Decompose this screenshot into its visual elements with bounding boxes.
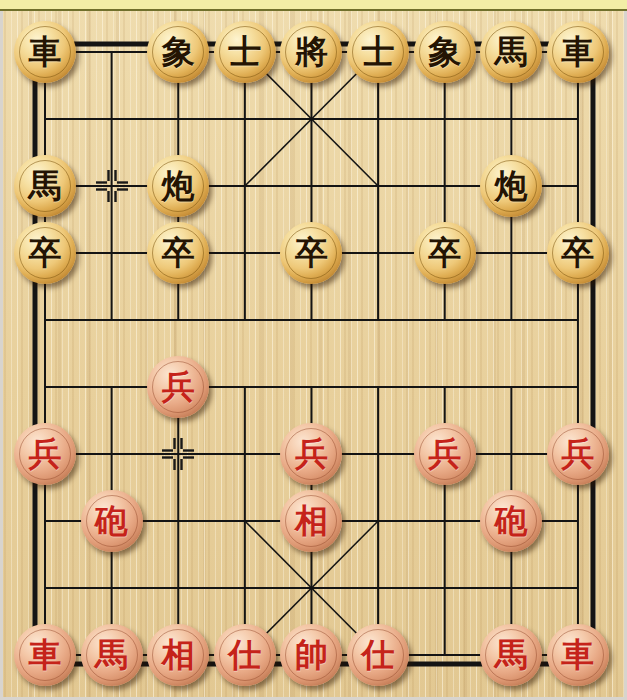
piece-black-chariot[interactable]: 車 <box>14 21 76 83</box>
piece-glyph: 卒 <box>295 236 328 269</box>
piece-black-soldier[interactable]: 卒 <box>547 222 609 284</box>
piece-red-advisor[interactable]: 仕 <box>347 624 409 686</box>
piece-glyph: 馬 <box>95 638 128 671</box>
piece-glyph: 馬 <box>495 35 528 68</box>
piece-glyph: 車 <box>28 35 61 68</box>
piece-glyph: 兵 <box>561 437 594 470</box>
piece-black-soldier[interactable]: 卒 <box>280 222 342 284</box>
piece-red-soldier[interactable]: 兵 <box>14 423 76 485</box>
game-window: 車象士將士象馬車馬炮炮卒卒卒卒卒兵兵兵兵兵砲相砲車馬相仕帥仕馬車 <box>0 0 627 700</box>
piece-black-chariot[interactable]: 車 <box>547 21 609 83</box>
piece-glyph: 士 <box>362 35 395 68</box>
piece-red-cannon[interactable]: 砲 <box>480 490 542 552</box>
piece-black-cannon[interactable]: 炮 <box>147 155 209 217</box>
piece-glyph: 兵 <box>162 370 195 403</box>
piece-glyph: 車 <box>561 638 594 671</box>
last-move-marker <box>161 437 195 471</box>
piece-glyph: 象 <box>428 35 461 68</box>
piece-glyph: 仕 <box>228 638 261 671</box>
piece-glyph: 象 <box>162 35 195 68</box>
piece-red-soldier[interactable]: 兵 <box>414 423 476 485</box>
piece-glyph: 帥 <box>295 638 328 671</box>
piece-red-soldier[interactable]: 兵 <box>547 423 609 485</box>
piece-glyph: 車 <box>561 35 594 68</box>
piece-red-soldier[interactable]: 兵 <box>280 423 342 485</box>
piece-red-cannon[interactable]: 砲 <box>81 490 143 552</box>
piece-layer: 車象士將士象馬車馬炮炮卒卒卒卒卒兵兵兵兵兵砲相砲車馬相仕帥仕馬車 <box>12 19 612 689</box>
piece-red-chariot[interactable]: 車 <box>547 624 609 686</box>
piece-glyph: 炮 <box>162 169 195 202</box>
piece-red-elephant[interactable]: 相 <box>147 624 209 686</box>
piece-glyph: 卒 <box>28 236 61 269</box>
piece-black-general[interactable]: 將 <box>280 21 342 83</box>
piece-black-advisor[interactable]: 士 <box>347 21 409 83</box>
piece-red-chariot[interactable]: 車 <box>14 624 76 686</box>
piece-black-elephant[interactable]: 象 <box>414 21 476 83</box>
piece-glyph: 兵 <box>428 437 461 470</box>
window-edge-left <box>0 11 3 700</box>
piece-glyph: 仕 <box>362 638 395 671</box>
piece-glyph: 卒 <box>561 236 594 269</box>
piece-black-advisor[interactable]: 士 <box>214 21 276 83</box>
piece-glyph: 卒 <box>428 236 461 269</box>
piece-glyph: 車 <box>28 638 61 671</box>
piece-red-horse[interactable]: 馬 <box>81 624 143 686</box>
piece-black-elephant[interactable]: 象 <box>147 21 209 83</box>
piece-glyph: 卒 <box>162 236 195 269</box>
last-move-marker <box>95 169 129 203</box>
piece-glyph: 將 <box>295 35 328 68</box>
piece-red-general[interactable]: 帥 <box>280 624 342 686</box>
top-panel-edge <box>0 0 627 11</box>
piece-glyph: 兵 <box>28 437 61 470</box>
piece-glyph: 砲 <box>495 504 528 537</box>
xiangqi-board[interactable]: 車象士將士象馬車馬炮炮卒卒卒卒卒兵兵兵兵兵砲相砲車馬相仕帥仕馬車 <box>0 0 627 700</box>
piece-glyph: 兵 <box>295 437 328 470</box>
piece-red-advisor[interactable]: 仕 <box>214 624 276 686</box>
piece-glyph: 馬 <box>495 638 528 671</box>
piece-glyph: 相 <box>162 638 195 671</box>
piece-glyph: 士 <box>228 35 261 68</box>
piece-red-horse[interactable]: 馬 <box>480 624 542 686</box>
piece-black-horse[interactable]: 馬 <box>480 21 542 83</box>
piece-glyph: 馬 <box>28 169 61 202</box>
piece-black-soldier[interactable]: 卒 <box>414 222 476 284</box>
piece-red-soldier[interactable]: 兵 <box>147 356 209 418</box>
piece-glyph: 炮 <box>495 169 528 202</box>
piece-black-cannon[interactable]: 炮 <box>480 155 542 217</box>
piece-black-soldier[interactable]: 卒 <box>147 222 209 284</box>
piece-black-horse[interactable]: 馬 <box>14 155 76 217</box>
piece-glyph: 相 <box>295 504 328 537</box>
piece-black-soldier[interactable]: 卒 <box>14 222 76 284</box>
piece-glyph: 砲 <box>95 504 128 537</box>
piece-red-elephant[interactable]: 相 <box>280 490 342 552</box>
